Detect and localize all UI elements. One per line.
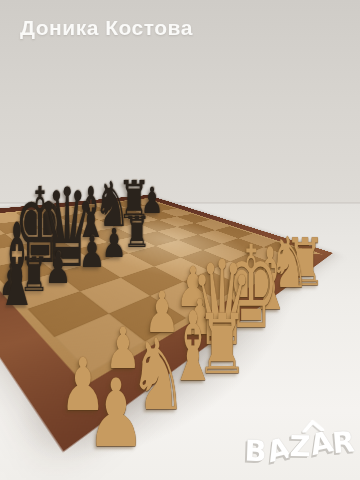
listing-photo[interactable]: ♝♚♛♝♞♜♟♟♜♟♟♟♜♟♟♛♚♝♞♜♟♟♟♞♝♜♟ Доника Косто… <box>0 0 360 480</box>
seller-watermark: Доника Костова <box>20 16 193 40</box>
